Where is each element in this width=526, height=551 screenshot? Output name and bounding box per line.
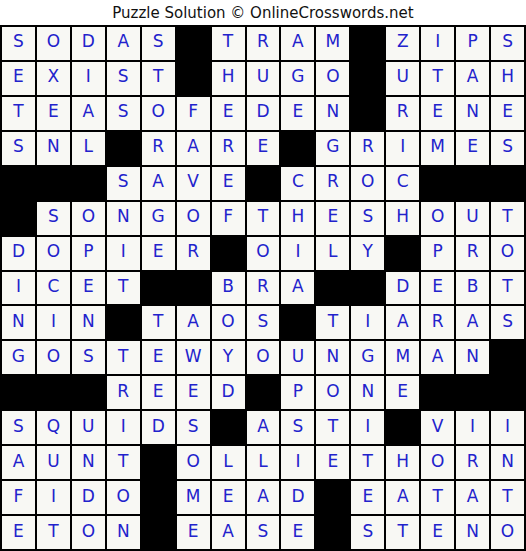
grid-cell-r7c2: O (37, 237, 70, 270)
grid-cell-r11c7: D (212, 376, 245, 409)
grid-cell-r3c5: O (142, 97, 175, 130)
grid-cell-r15c7: A (212, 516, 245, 549)
grid-cell-r10c11: G (351, 341, 384, 374)
puzzle-title: Puzzle Solution © OnlineCrosswords.net (0, 0, 526, 25)
grid-cell-r14c10 (316, 481, 349, 514)
grid-cell-r5c10: R (316, 167, 349, 200)
grid-cell-r9c12: A (386, 306, 419, 339)
grid-cell-r1c4: A (107, 27, 140, 60)
grid-cell-r1c1: S (2, 27, 35, 60)
grid-cell-r6c14: U (456, 202, 489, 235)
grid-cell-r9c14: A (456, 306, 489, 339)
grid-cell-r3c14: N (456, 97, 489, 130)
grid-cell-r15c8: S (247, 516, 280, 549)
grid-cell-r7c11: Y (351, 237, 384, 270)
grid-cell-r11c4: R (107, 376, 140, 409)
grid-cell-r14c1: F (2, 481, 35, 514)
grid-cell-r9c1: N (2, 306, 35, 339)
grid-cell-r4c13: M (421, 132, 454, 165)
grid-cell-r9c6: A (177, 306, 210, 339)
grid-cell-r15c10 (316, 516, 349, 549)
grid-cell-r3c13: E (421, 97, 454, 130)
grid-cell-r5c14 (456, 167, 489, 200)
grid-cell-r6c10: E (316, 202, 349, 235)
grid-cell-r15c4: N (107, 516, 140, 549)
grid-cell-r7c8: O (247, 237, 280, 270)
grid-cell-r3c6: F (177, 97, 210, 130)
grid-cell-r9c3: N (72, 306, 105, 339)
grid-cell-r6c7: F (212, 202, 245, 235)
grid-cell-r13c5 (142, 446, 175, 479)
grid-cell-r3c12: R (386, 97, 419, 130)
grid-cell-r9c15: S (491, 306, 524, 339)
grid-cell-r3c2: E (37, 97, 70, 130)
grid-cell-r12c12 (386, 411, 419, 444)
grid-cell-r1c2: O (37, 27, 70, 60)
grid-cell-r13c15: N (491, 446, 524, 479)
grid-cell-r4c7: R (212, 132, 245, 165)
grid-cell-r11c9: P (281, 376, 314, 409)
grid-cell-r1c12: Z (386, 27, 419, 60)
grid-cell-r14c3: D (72, 481, 105, 514)
grid-cell-r7c10: L (316, 237, 349, 270)
grid-cell-r15c1: E (2, 516, 35, 549)
grid-cell-r7c4: I (107, 237, 140, 270)
grid-cell-r7c15: O (491, 237, 524, 270)
grid-cell-r14c13: T (421, 481, 454, 514)
grid-cell-r1c15: S (491, 27, 524, 60)
grid-cell-r4c8: E (247, 132, 280, 165)
grid-cell-r15c6: E (177, 516, 210, 549)
grid-cell-r8c4: T (107, 272, 140, 305)
grid-cell-r10c14: N (456, 341, 489, 374)
grid-cell-r5c5: A (142, 167, 175, 200)
grid-cell-r5c12: C (386, 167, 419, 200)
grid-cell-r4c5: R (142, 132, 175, 165)
grid-cell-r6c5: G (142, 202, 175, 235)
grid-cell-r11c8 (247, 376, 280, 409)
grid-cell-r5c13 (421, 167, 454, 200)
grid-cell-r14c11: E (351, 481, 384, 514)
grid-cell-r2c2: X (37, 62, 70, 95)
grid-cell-r4c2: N (37, 132, 70, 165)
grid-cell-r11c5: E (142, 376, 175, 409)
grid-cell-r2c7: H (212, 62, 245, 95)
grid-cell-r2c4: S (107, 62, 140, 95)
grid-cell-r5c15 (491, 167, 524, 200)
grid-cell-r11c12: E (386, 376, 419, 409)
grid-cell-r12c13: V (421, 411, 454, 444)
grid-cell-r6c8: T (247, 202, 280, 235)
grid-cell-r5c4: S (107, 167, 140, 200)
grid-cell-r10c10: N (316, 341, 349, 374)
grid-cell-r10c6: W (177, 341, 210, 374)
grid-cell-r3c9: E (281, 97, 314, 130)
grid-cell-r1c5: S (142, 27, 175, 60)
grid-cell-r6c12: H (386, 202, 419, 235)
grid-cell-r14c7: E (212, 481, 245, 514)
grid-cell-r14c9: D (281, 481, 314, 514)
grid-cell-r1c7: T (212, 27, 245, 60)
grid-cell-r1c14: P (456, 27, 489, 60)
grid-cell-r3c4: S (107, 97, 140, 130)
grid-cell-r3c7: E (212, 97, 245, 130)
grid-cell-r3c8: D (247, 97, 280, 130)
grid-cell-r10c9: U (281, 341, 314, 374)
grid-cell-r5c11: O (351, 167, 384, 200)
grid-cell-r13c11: T (351, 446, 384, 479)
grid-cell-r15c14: N (456, 516, 489, 549)
grid-cell-r10c5: E (142, 341, 175, 374)
grid-cell-r11c2 (37, 376, 70, 409)
grid-cell-r8c12: D (386, 272, 419, 305)
puzzle-solution-page: Puzzle Solution © OnlineCrosswords.net S… (0, 0, 526, 551)
grid-cell-r12c3: U (72, 411, 105, 444)
grid-cell-r7c1: D (2, 237, 35, 270)
grid-cell-r13c13: O (421, 446, 454, 479)
grid-cell-r2c6 (177, 62, 210, 95)
grid-cell-r11c15 (491, 376, 524, 409)
grid-cell-r14c8: A (247, 481, 280, 514)
grid-cell-r3c10: N (316, 97, 349, 130)
grid-cell-r2c15: H (491, 62, 524, 95)
grid-cell-r2c11 (351, 62, 384, 95)
grid-cell-r8c6 (177, 272, 210, 305)
grid-cell-r3c15: E (491, 97, 524, 130)
grid-cell-r2c1: E (2, 62, 35, 95)
grid-cell-r1c3: D (72, 27, 105, 60)
grid-cell-r7c6: R (177, 237, 210, 270)
grid-cell-r11c1 (2, 376, 35, 409)
grid-cell-r12c6: S (177, 411, 210, 444)
grid-cell-r1c8: R (247, 27, 280, 60)
grid-cell-r11c10: O (316, 376, 349, 409)
grid-cell-r4c11: R (351, 132, 384, 165)
grid-cell-r3c11 (351, 97, 384, 130)
grid-cell-r12c15: I (491, 411, 524, 444)
grid-cell-r1c9: A (281, 27, 314, 60)
grid-cell-r10c13: A (421, 341, 454, 374)
grid-cell-r15c2: T (37, 516, 70, 549)
grid-cell-r9c2: I (37, 306, 70, 339)
grid-cell-r6c9: H (281, 202, 314, 235)
grid-cell-r5c8 (247, 167, 280, 200)
grid-cell-r7c3: P (72, 237, 105, 270)
grid-cell-r5c6: V (177, 167, 210, 200)
grid-cell-r8c2: C (37, 272, 70, 305)
grid-cell-r13c3: N (72, 446, 105, 479)
grid-cell-r8c9: A (281, 272, 314, 305)
grid-cell-r4c6: A (177, 132, 210, 165)
grid-cell-r2c5: T (142, 62, 175, 95)
grid-cell-r12c7 (212, 411, 245, 444)
grid-cell-r6c6: O (177, 202, 210, 235)
grid-cell-r6c3: O (72, 202, 105, 235)
grid-cell-r13c14: R (456, 446, 489, 479)
grid-cell-r11c6: E (177, 376, 210, 409)
grid-cell-r4c9 (281, 132, 314, 165)
grid-cell-r10c8: O (247, 341, 280, 374)
grid-cell-r13c9: I (281, 446, 314, 479)
grid-cell-r2c8: U (247, 62, 280, 95)
grid-cell-r10c7: Y (212, 341, 245, 374)
grid-cell-r13c10: E (316, 446, 349, 479)
grid-cell-r6c11: S (351, 202, 384, 235)
grid-cell-r5c7: E (212, 167, 245, 200)
grid-cell-r5c1 (2, 167, 35, 200)
grid-cell-r9c9 (281, 306, 314, 339)
grid-cell-r2c9: G (281, 62, 314, 95)
grid-cell-r9c4 (107, 306, 140, 339)
grid-cell-r9c8: S (247, 306, 280, 339)
grid-cell-r11c11: N (351, 376, 384, 409)
grid-cell-r14c12: A (386, 481, 419, 514)
grid-cell-r8c1: I (2, 272, 35, 305)
grid-cell-r5c9: C (281, 167, 314, 200)
grid-cell-r8c11 (351, 272, 384, 305)
grid-cell-r14c6: M (177, 481, 210, 514)
grid-cell-r4c3: L (72, 132, 105, 165)
grid-cell-r4c14: E (456, 132, 489, 165)
grid-cell-r6c2: S (37, 202, 70, 235)
grid-cell-r6c13: O (421, 202, 454, 235)
grid-cell-r8c15: T (491, 272, 524, 305)
grid-cell-r10c1: G (2, 341, 35, 374)
grid-cell-r2c14: A (456, 62, 489, 95)
grid-cell-r15c15: O (491, 516, 524, 549)
grid-cell-r11c14 (456, 376, 489, 409)
grid-cell-r2c10: O (316, 62, 349, 95)
grid-cell-r8c3: E (72, 272, 105, 305)
grid-cell-r14c15: T (491, 481, 524, 514)
grid-cell-r14c14: A (456, 481, 489, 514)
grid-cell-r7c7 (212, 237, 245, 270)
grid-cell-r4c15: S (491, 132, 524, 165)
grid-cell-r9c13: R (421, 306, 454, 339)
grid-cell-r15c5 (142, 516, 175, 549)
grid-cell-r9c7: O (212, 306, 245, 339)
grid-cell-r15c11: S (351, 516, 384, 549)
grid-cell-r14c2: I (37, 481, 70, 514)
grid-cell-r5c3 (72, 167, 105, 200)
grid-cell-r1c11 (351, 27, 384, 60)
grid-cell-r13c8: L (247, 446, 280, 479)
grid-cell-r7c5: E (142, 237, 175, 270)
grid-cell-r14c4: O (107, 481, 140, 514)
grid-cell-r7c13: P (421, 237, 454, 270)
grid-cell-r5c2 (37, 167, 70, 200)
grid-cell-r10c4: T (107, 341, 140, 374)
grid-cell-r2c3: I (72, 62, 105, 95)
grid-cell-r8c14: B (456, 272, 489, 305)
grid-cell-r10c12: M (386, 341, 419, 374)
grid-cell-r13c7: L (212, 446, 245, 479)
grid-cell-r1c13: I (421, 27, 454, 60)
grid-cell-r8c8: R (247, 272, 280, 305)
grid-cell-r12c2: Q (37, 411, 70, 444)
grid-cell-r4c12: I (386, 132, 419, 165)
grid-cell-r13c2: U (37, 446, 70, 479)
grid-cell-r10c15 (491, 341, 524, 374)
grid-cell-r3c3: A (72, 97, 105, 130)
grid-cell-r12c11: I (351, 411, 384, 444)
crossword-grid: SODASTRAMZIPSEXISTHUGOUTAHTEASOFEDENRENE… (0, 25, 526, 551)
grid-cell-r12c10: T (316, 411, 349, 444)
grid-cell-r12c8: A (247, 411, 280, 444)
grid-cell-r15c12: T (386, 516, 419, 549)
grid-cell-r14c5 (142, 481, 175, 514)
grid-cell-r13c1: A (2, 446, 35, 479)
grid-cell-r13c12: H (386, 446, 419, 479)
grid-cell-r4c4 (107, 132, 140, 165)
grid-cell-r7c14: R (456, 237, 489, 270)
grid-cell-r2c12: U (386, 62, 419, 95)
grid-cell-r15c9: E (281, 516, 314, 549)
grid-cell-r4c1: S (2, 132, 35, 165)
grid-cell-r9c10: T (316, 306, 349, 339)
grid-cell-r1c10: M (316, 27, 349, 60)
grid-cell-r12c9: S (281, 411, 314, 444)
grid-cell-r2c13: T (421, 62, 454, 95)
grid-cell-r6c4: N (107, 202, 140, 235)
grid-cell-r12c14: I (456, 411, 489, 444)
grid-cell-r8c13: E (421, 272, 454, 305)
grid-cell-r15c13: E (421, 516, 454, 549)
grid-cell-r9c11: I (351, 306, 384, 339)
grid-cell-r11c13 (421, 376, 454, 409)
grid-cell-r9c5: T (142, 306, 175, 339)
grid-cell-r7c9: I (281, 237, 314, 270)
grid-cell-r13c6: O (177, 446, 210, 479)
grid-cell-r3c1: T (2, 97, 35, 130)
grid-cell-r12c4: I (107, 411, 140, 444)
grid-cell-r8c7: B (212, 272, 245, 305)
grid-cell-r6c15: T (491, 202, 524, 235)
grid-cell-r6c1 (2, 202, 35, 235)
grid-cell-r1c6 (177, 27, 210, 60)
grid-cell-r13c4: T (107, 446, 140, 479)
grid-cell-r7c12 (386, 237, 419, 270)
grid-cell-r8c5 (142, 272, 175, 305)
grid-cell-r10c2: O (37, 341, 70, 374)
grid-cell-r11c3 (72, 376, 105, 409)
grid-cell-r10c3: S (72, 341, 105, 374)
grid-cell-r12c5: D (142, 411, 175, 444)
grid-cell-r4c10: G (316, 132, 349, 165)
grid-cell-r15c3: O (72, 516, 105, 549)
grid-cell-r8c10 (316, 272, 349, 305)
grid-cell-r12c1: S (2, 411, 35, 444)
